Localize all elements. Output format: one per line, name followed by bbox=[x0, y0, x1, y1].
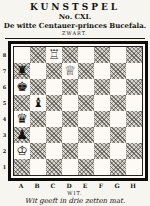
square-d2[interactable] bbox=[62, 143, 78, 159]
square-g7[interactable] bbox=[110, 63, 126, 79]
square-a2[interactable]: ♔ bbox=[14, 143, 30, 159]
rank-labels: 87654321 bbox=[1, 41, 8, 181]
square-c8[interactable]: ♖ bbox=[46, 47, 62, 63]
square-h2[interactable] bbox=[126, 143, 142, 159]
square-e8[interactable] bbox=[78, 47, 94, 63]
header: KUNSTSPEL No. CXI. De witte Centauer-pri… bbox=[0, 0, 150, 37]
square-d1[interactable] bbox=[62, 159, 78, 175]
square-e4[interactable] bbox=[78, 111, 94, 127]
file-label-c: C bbox=[45, 182, 61, 190]
chessboard-area: 87654321 ♖♜♕♚♝♛♟♔ bbox=[1, 41, 150, 181]
rank-label-2: 2 bbox=[1, 143, 8, 159]
square-f1[interactable] bbox=[94, 159, 110, 175]
square-h3[interactable] bbox=[126, 127, 142, 143]
square-b3[interactable] bbox=[30, 127, 46, 143]
square-h8[interactable] bbox=[126, 47, 142, 63]
square-f8[interactable] bbox=[94, 47, 110, 63]
square-f3[interactable] bbox=[94, 127, 110, 143]
square-e6[interactable] bbox=[78, 79, 94, 95]
square-f4[interactable] bbox=[94, 111, 110, 127]
square-c3[interactable] bbox=[46, 127, 62, 143]
square-a6[interactable]: ♚ bbox=[14, 79, 30, 95]
footer: WIT. Wit geeft in drie zetten mat. bbox=[0, 190, 150, 206]
square-c4[interactable] bbox=[46, 111, 62, 127]
white-king-a2[interactable]: ♔ bbox=[16, 143, 28, 159]
square-e7[interactable] bbox=[78, 63, 94, 79]
square-a8[interactable] bbox=[14, 47, 30, 63]
rank-label-5: 5 bbox=[1, 95, 8, 111]
problem-subtitle: De witte Centauer-princes Bucefala. bbox=[0, 21, 150, 30]
square-c1[interactable] bbox=[46, 159, 62, 175]
board-squares: ♖♜♕♚♝♛♟♔ bbox=[14, 47, 142, 175]
board-inner-border: ♖♜♕♚♝♛♟♔ bbox=[13, 46, 143, 176]
black-king-a6[interactable]: ♚ bbox=[16, 79, 28, 95]
square-c2[interactable] bbox=[46, 143, 62, 159]
square-f2[interactable] bbox=[94, 143, 110, 159]
square-a4[interactable]: ♛ bbox=[14, 111, 30, 127]
file-label-b: B bbox=[29, 182, 45, 190]
square-b5[interactable]: ♝ bbox=[30, 95, 46, 111]
file-label-d: D bbox=[61, 182, 77, 190]
square-f6[interactable] bbox=[94, 79, 110, 95]
square-h7[interactable] bbox=[126, 63, 142, 79]
white-side-label: WIT. bbox=[0, 190, 150, 197]
square-b6[interactable] bbox=[30, 79, 46, 95]
square-d7[interactable]: ♕ bbox=[62, 63, 78, 79]
square-e5[interactable] bbox=[78, 95, 94, 111]
board-frame: ♖♜♕♚♝♛♟♔ bbox=[8, 41, 148, 181]
square-a1[interactable] bbox=[14, 159, 30, 175]
file-label-a: A bbox=[13, 182, 29, 190]
file-label-h: H bbox=[125, 182, 141, 190]
square-a7[interactable]: ♜ bbox=[14, 63, 30, 79]
square-g4[interactable] bbox=[110, 111, 126, 127]
square-a5[interactable] bbox=[14, 95, 30, 111]
square-g1[interactable] bbox=[110, 159, 126, 175]
white-rook-c8[interactable]: ♖ bbox=[48, 47, 60, 63]
square-f5[interactable] bbox=[94, 95, 110, 111]
rank-label-7: 7 bbox=[1, 63, 8, 79]
square-g8[interactable] bbox=[110, 47, 126, 63]
square-c6[interactable] bbox=[46, 79, 62, 95]
square-d5[interactable] bbox=[62, 95, 78, 111]
page-title: KUNSTSPEL bbox=[0, 2, 150, 12]
square-b1[interactable] bbox=[30, 159, 46, 175]
square-b8[interactable] bbox=[30, 47, 46, 63]
square-g5[interactable] bbox=[110, 95, 126, 111]
square-h6[interactable] bbox=[126, 79, 142, 95]
square-d6[interactable] bbox=[62, 79, 78, 95]
square-b2[interactable] bbox=[30, 143, 46, 159]
black-pawn-a3[interactable]: ♟ bbox=[16, 127, 28, 143]
square-h1[interactable] bbox=[126, 159, 142, 175]
rank-label-8: 8 bbox=[1, 47, 8, 63]
black-queen-a4[interactable]: ♛ bbox=[16, 111, 28, 127]
rank-label-3: 3 bbox=[1, 127, 8, 143]
square-c5[interactable] bbox=[46, 95, 62, 111]
square-g3[interactable] bbox=[110, 127, 126, 143]
square-e3[interactable] bbox=[78, 127, 94, 143]
square-d3[interactable] bbox=[62, 127, 78, 143]
square-g6[interactable] bbox=[110, 79, 126, 95]
rank-label-6: 6 bbox=[1, 79, 8, 95]
problem-number: No. CXI. bbox=[0, 12, 150, 21]
square-a3[interactable]: ♟ bbox=[14, 127, 30, 143]
square-b7[interactable] bbox=[30, 63, 46, 79]
square-f7[interactable] bbox=[94, 63, 110, 79]
stipulation-text: Wit geeft in drie zetten mat. bbox=[0, 197, 150, 206]
square-h5[interactable] bbox=[126, 95, 142, 111]
file-label-g: G bbox=[109, 182, 125, 190]
square-d8[interactable] bbox=[62, 47, 78, 63]
black-rook-a7[interactable]: ♜ bbox=[16, 63, 28, 79]
square-d4[interactable] bbox=[62, 111, 78, 127]
black-side-label: ZWART. bbox=[0, 30, 150, 37]
file-label-f: F bbox=[93, 182, 109, 190]
file-labels: ABCDEFGH bbox=[13, 182, 150, 190]
white-queen-d7[interactable]: ♕ bbox=[64, 63, 76, 79]
square-b4[interactable] bbox=[30, 111, 46, 127]
rank-label-1: 1 bbox=[1, 159, 8, 175]
file-label-e: E bbox=[77, 182, 93, 190]
black-bishop-b5[interactable]: ♝ bbox=[32, 95, 44, 111]
rank-label-4: 4 bbox=[1, 111, 8, 127]
square-c7[interactable] bbox=[46, 63, 62, 79]
square-e1[interactable] bbox=[78, 159, 94, 175]
square-e2[interactable] bbox=[78, 143, 94, 159]
square-g2[interactable] bbox=[110, 143, 126, 159]
square-h4[interactable] bbox=[126, 111, 142, 127]
divider-rule bbox=[5, 38, 145, 39]
